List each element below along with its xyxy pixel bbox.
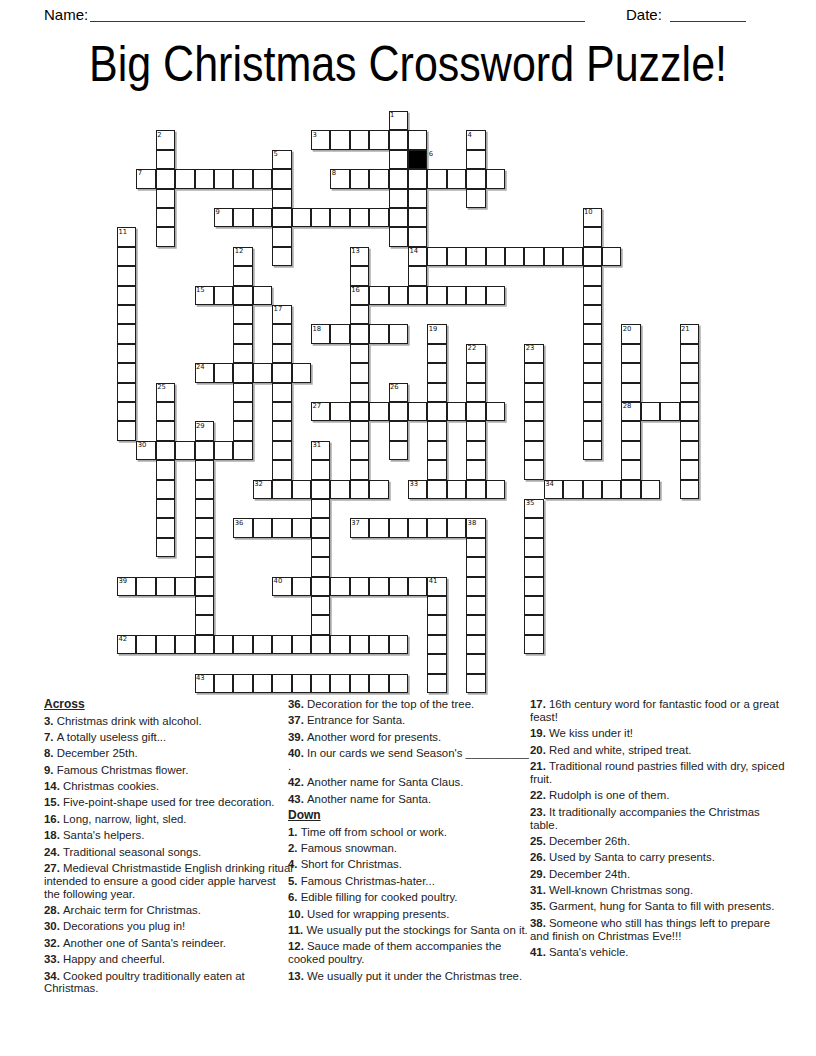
grid-cell[interactable] [427,654,446,673]
grid-cell[interactable] [330,577,349,596]
grid-cell[interactable] [427,402,446,421]
grid-cell[interactable] [272,169,291,188]
grid-cell[interactable] [583,363,602,382]
grid-cell[interactable] [680,441,699,460]
grid-cell[interactable] [389,577,408,596]
clue-item: 8. December 25th. [44,747,294,760]
grid-cell[interactable] [350,169,369,188]
grid-cell[interactable] [214,441,233,460]
grid-cell[interactable] [447,286,466,305]
grid-cell[interactable] [466,441,485,460]
grid-cell[interactable] [350,130,369,149]
grid-cell[interactable] [583,383,602,402]
grid-cell[interactable] [583,421,602,440]
grid-cell[interactable] [253,169,272,188]
grid-cell[interactable] [311,615,330,634]
clue-item: 7. A totally useless gift... [44,731,294,744]
grid-cell[interactable] [233,266,252,285]
grid-cell[interactable] [292,577,311,596]
grid-cell[interactable] [466,538,485,557]
grid-cell[interactable] [466,402,485,421]
grid-cell[interactable] [621,363,640,382]
grid-cell[interactable] [427,247,446,266]
grid-cell[interactable] [195,499,214,518]
grid-cell[interactable] [466,596,485,615]
grid-cell[interactable] [350,208,369,227]
cell-number: 17 [274,306,283,313]
grid-cell[interactable] [272,402,291,421]
grid-cell[interactable] [311,518,330,537]
grid-cell[interactable] [156,518,175,537]
grid-cell[interactable] [369,480,388,499]
grid-cell[interactable] [466,421,485,440]
grid-cell[interactable] [680,480,699,499]
grid-cell[interactable] [330,480,349,499]
grid-cell[interactable] [272,635,291,654]
grid-cell[interactable] [524,441,543,460]
grid-cell[interactable] [350,674,369,693]
grid-cell[interactable] [272,363,291,382]
grid-cell[interactable] [292,674,311,693]
grid-cell[interactable] [156,577,175,596]
grid-cell[interactable] [447,169,466,188]
grid-cell[interactable] [389,169,408,188]
grid-cell[interactable] [447,402,466,421]
grid-cell[interactable] [350,363,369,382]
grid-cell[interactable] [389,227,408,246]
grid-cell[interactable] [427,421,446,440]
grid-cell[interactable] [466,480,485,499]
grid-cell[interactable] [156,460,175,479]
grid-cell[interactable] [408,518,427,537]
grid-cell[interactable] [195,538,214,557]
grid-cell[interactable] [330,208,349,227]
grid-cell[interactable] [427,674,446,693]
grid-cell[interactable] [233,383,252,402]
grid-cell[interactable] [602,480,621,499]
grid-cell[interactable] [641,480,660,499]
grid-cell[interactable] [311,538,330,557]
grid-cell[interactable] [195,596,214,615]
grid-cell[interactable] [583,266,602,285]
grid-cell[interactable] [563,480,582,499]
grid-cell[interactable] [583,305,602,324]
grid-cell[interactable] [427,363,446,382]
grid-cell[interactable] [389,635,408,654]
grid-cell[interactable] [272,227,291,246]
grid-cell[interactable] [563,247,582,266]
grid-cell[interactable] [427,596,446,615]
grid-cell[interactable] [524,402,543,421]
grid-cell[interactable] [233,208,252,227]
grid-cell[interactable] [292,363,311,382]
grid-cell[interactable] [369,402,388,421]
grid-cell[interactable] [156,538,175,557]
grid-cell[interactable] [350,460,369,479]
grid-cell[interactable] [156,150,175,169]
grid-cell[interactable] [621,344,640,363]
grid-cell[interactable] [505,247,524,266]
grid-cell[interactable] [427,635,446,654]
grid-cell[interactable] [311,557,330,576]
grid-cell[interactable] [195,480,214,499]
grid-cell[interactable] [253,635,272,654]
grid-cell[interactable] [156,480,175,499]
grid-cell[interactable] [311,635,330,654]
grid-cell[interactable] [350,635,369,654]
grid-cell[interactable] [292,635,311,654]
grid-cell[interactable] [389,674,408,693]
grid-cell[interactable] [466,615,485,634]
grid-cell[interactable] [117,363,136,382]
grid-cell[interactable] [583,324,602,343]
cell-number: 7 [138,170,142,177]
grid-cell[interactable] [621,441,640,460]
grid-cell[interactable] [233,305,252,324]
grid-cell[interactable] [369,286,388,305]
grid-cell[interactable] [272,518,291,537]
grid-cell[interactable] [389,518,408,537]
grid-cell[interactable] [214,363,233,382]
grid-cell[interactable] [427,480,446,499]
grid-cell[interactable] [680,363,699,382]
grid-cell[interactable] [350,305,369,324]
clue-item: 6. Edible filling for cooked poultry. [288,891,534,904]
grid-cell[interactable] [408,169,427,188]
grid-cell[interactable] [466,383,485,402]
grid-cell[interactable] [233,363,252,382]
grid-cell[interactable] [486,247,505,266]
clue-number: 4. [288,858,301,870]
grid-cell[interactable] [408,208,427,227]
grid-cell[interactable] [389,189,408,208]
clue-text: Another name for Santa Claus. [307,776,463,788]
grid-cell[interactable] [447,518,466,537]
grid-cell[interactable] [680,421,699,440]
grid-cell[interactable] [253,363,272,382]
clue-text: Red and white, striped treat. [549,744,691,756]
grid-cell[interactable] [408,130,427,149]
grid-cell[interactable] [524,577,543,596]
grid-cell[interactable] [466,635,485,654]
grid-cell[interactable] [156,421,175,440]
grid-cell[interactable] [408,266,427,285]
grid-cell[interactable] [311,208,330,227]
grid-cell[interactable] [311,596,330,615]
grid-cell[interactable] [466,247,485,266]
grid-cell[interactable] [233,324,252,343]
grid-cell[interactable] [447,480,466,499]
grid-cell[interactable] [621,460,640,479]
grid-cell[interactable] [272,441,291,460]
grid-cell[interactable] [156,635,175,654]
grid-cell[interactable] [408,402,427,421]
grid-cell[interactable] [427,286,446,305]
grid-cell[interactable] [369,635,388,654]
grid-cell[interactable] [583,344,602,363]
grid-cell[interactable] [486,402,505,421]
grid-cell[interactable] [350,402,369,421]
cell-number: 33 [409,481,418,488]
grid-cell[interactable] [253,674,272,693]
grid-cell[interactable] [466,169,485,188]
grid-cell[interactable] [233,402,252,421]
cell-number: 3 [312,132,316,139]
grid-cell[interactable] [350,344,369,363]
grid-cell[interactable] [233,286,252,305]
grid-cell[interactable] [466,460,485,479]
cell-number: 4 [468,132,472,139]
grid-cell[interactable] [292,480,311,499]
grid-cell[interactable] [117,286,136,305]
grid-cell[interactable] [369,324,388,343]
clue-text: Traditional round pastries filled with d… [530,760,785,785]
clue-text: Decoration for the top of the tree. [307,698,474,710]
grid-cell[interactable] [524,635,543,654]
clue-text: We usually put it under the Christmas tr… [307,970,522,982]
grid-cell[interactable] [175,441,194,460]
grid-cell[interactable] [117,305,136,324]
grid-cell[interactable] [621,480,640,499]
grid-cell[interactable] [447,247,466,266]
clue-item: 12. Sauce made of them accompanies the c… [288,940,534,966]
date-line [670,5,746,22]
grid-cell[interactable] [466,150,485,169]
grid-cell[interactable] [175,635,194,654]
page-title: Big Christmas Crossword Puzzle! [57,38,759,91]
grid-cell[interactable] [330,130,349,149]
grid-cell[interactable] [117,421,136,440]
grid-cell[interactable] [680,460,699,479]
clue-column-middle: 36. Decoration for the top of the tree.3… [288,698,534,986]
clue-text: Garment, hung for Santa to fill with pre… [549,900,774,912]
clue-item: 17. 16th century word for fantastic food… [530,698,788,724]
grid-cell[interactable] [524,460,543,479]
grid-cell[interactable] [602,247,621,266]
grid-cell[interactable] [466,363,485,382]
grid-cell[interactable] [583,402,602,421]
grid-cell[interactable] [466,189,485,208]
grid-cell[interactable] [136,577,155,596]
grid-cell[interactable] [350,421,369,440]
grid-cell[interactable] [214,286,233,305]
grid-cell[interactable] [136,635,155,654]
clue-item: 37. Entrance for Santa. [288,714,534,727]
clue-text: We kiss under it! [549,727,633,739]
grid-cell[interactable] [330,635,349,654]
grid-cell[interactable] [408,227,427,246]
clue-number: 35. [530,900,549,912]
grid-cell[interactable] [233,635,252,654]
grid-cell[interactable] [156,441,175,460]
grid-cell[interactable] [272,344,291,363]
grid-cell[interactable] [195,577,214,596]
cell-number: 38 [468,520,477,527]
grid-cell[interactable] [233,169,252,188]
grid-cell[interactable] [117,247,136,266]
grid-cell[interactable] [486,480,505,499]
clue-number: 19. [530,727,549,739]
grid-cell[interactable] [272,324,291,343]
grid-cell[interactable] [117,383,136,402]
grid-cell[interactable] [427,460,446,479]
grid-cell[interactable] [272,189,291,208]
grid-cell[interactable] [272,421,291,440]
grid-cell[interactable] [427,518,446,537]
grid-cell[interactable] [350,441,369,460]
grid-cell[interactable] [330,674,349,693]
grid-cell[interactable] [330,402,349,421]
clue-text: Well-known Christmas song. [549,884,693,896]
grid-cell[interactable] [233,421,252,440]
grid-cell[interactable] [195,460,214,479]
grid-cell[interactable] [350,266,369,285]
grid-cell[interactable] [369,674,388,693]
grid-cell[interactable] [524,421,543,440]
grid-cell[interactable] [524,363,543,382]
grid-cell[interactable] [427,615,446,634]
grid-cell[interactable] [311,460,330,479]
grid-cell[interactable] [156,189,175,208]
grid-cell[interactable] [330,324,349,343]
grid-cell[interactable] [583,441,602,460]
grid-cell[interactable] [272,383,291,402]
grid-cell[interactable] [427,441,446,460]
grid-cell[interactable] [175,169,194,188]
grid-cell[interactable] [253,208,272,227]
grid-cell[interactable] [466,674,485,693]
grid-cell[interactable] [292,518,311,537]
grid-cell[interactable] [466,577,485,596]
clue-item: 15. Five-point-shape used for tree decor… [44,796,294,809]
grid-cell[interactable] [156,402,175,421]
clue-item: 38. Someone who still has things left to… [530,917,788,943]
grid-cell[interactable] [389,286,408,305]
grid-cell[interactable] [117,324,136,343]
grid-cell[interactable] [427,169,446,188]
grid-cell[interactable] [466,286,485,305]
grid-cell[interactable] [583,247,602,266]
grid-cell[interactable] [156,169,175,188]
grid-cell[interactable] [408,577,427,596]
grid-cell[interactable] [389,208,408,227]
grid-cell[interactable] [311,674,330,693]
grid-cell[interactable] [486,286,505,305]
grid-cell[interactable] [311,577,330,596]
grid-cell[interactable] [195,615,214,634]
grid-cell[interactable] [524,383,543,402]
grid-cell[interactable] [524,538,543,557]
grid-cell[interactable] [408,189,427,208]
grid-cell[interactable] [369,130,388,149]
grid-cell[interactable] [156,499,175,518]
grid-cell[interactable] [680,402,699,421]
grid-cell[interactable] [680,344,699,363]
grid-cell[interactable] [350,480,369,499]
grid-cell[interactable] [369,577,388,596]
blocked-cell [408,150,427,169]
grid-cell[interactable] [660,402,679,421]
grid-cell[interactable] [117,402,136,421]
grid-cell[interactable] [195,441,214,460]
grid-cell[interactable] [486,169,505,188]
grid-cell[interactable] [195,169,214,188]
grid-cell[interactable] [175,577,194,596]
grid-cell[interactable] [233,441,252,460]
grid-cell[interactable] [389,402,408,421]
grid-cell[interactable] [117,266,136,285]
grid-cell[interactable] [350,383,369,402]
grid-cell[interactable] [583,480,602,499]
clue-item: 18. Santa's helpers. [44,829,294,842]
grid-cell[interactable] [369,518,388,537]
clue-number: 10. [288,908,307,920]
grid-cell[interactable] [680,383,699,402]
grid-cell[interactable] [233,344,252,363]
grid-cell[interactable] [272,674,291,693]
grid-cell[interactable] [389,324,408,343]
grid-cell[interactable] [524,518,543,537]
grid-cell[interactable] [272,480,291,499]
grid-cell[interactable] [195,557,214,576]
grid-cell[interactable] [641,402,660,421]
grid-cell[interactable] [389,441,408,460]
grid-cell[interactable] [369,208,388,227]
grid-cell[interactable] [466,654,485,673]
grid-cell[interactable] [292,208,311,227]
grid-cell[interactable] [350,324,369,343]
grid-cell[interactable] [272,208,291,227]
grid-cell[interactable] [621,421,640,440]
worksheet-page: Name: Date: Big Christmas Crossword Puzz… [0,0,816,1056]
grid-cell[interactable] [524,615,543,634]
grid-cell[interactable] [389,150,408,169]
grid-cell[interactable] [117,344,136,363]
grid-cell[interactable] [427,344,446,363]
grid-cell[interactable] [214,635,233,654]
grid-cell[interactable] [195,635,214,654]
grid-cell[interactable] [233,674,252,693]
grid-cell[interactable] [156,208,175,227]
grid-cell[interactable] [524,596,543,615]
grid-cell[interactable] [156,227,175,246]
grid-cell[interactable] [195,518,214,537]
clue-text: December 24th. [549,868,630,880]
grid-cell[interactable] [524,557,543,576]
grid-cell[interactable] [583,227,602,246]
grid-cell[interactable] [253,518,272,537]
grid-cell[interactable] [524,247,543,266]
grid-cell[interactable] [214,674,233,693]
grid-cell[interactable] [544,247,563,266]
grid-cell[interactable] [389,130,408,149]
grid-cell[interactable] [389,421,408,440]
grid-cell[interactable] [350,577,369,596]
grid-cell[interactable] [272,460,291,479]
grid-cell[interactable] [311,480,330,499]
grid-cell[interactable] [311,499,330,518]
grid-cell[interactable] [621,383,640,402]
grid-cell[interactable] [214,169,233,188]
grid-cell[interactable] [583,286,602,305]
grid-cell[interactable] [408,286,427,305]
grid-cell[interactable] [427,383,446,402]
grid-cell[interactable] [253,286,272,305]
grid-cell[interactable] [369,169,388,188]
grid-cell[interactable] [466,557,485,576]
grid-cell[interactable] [272,247,291,266]
cell-number: 18 [312,326,321,333]
